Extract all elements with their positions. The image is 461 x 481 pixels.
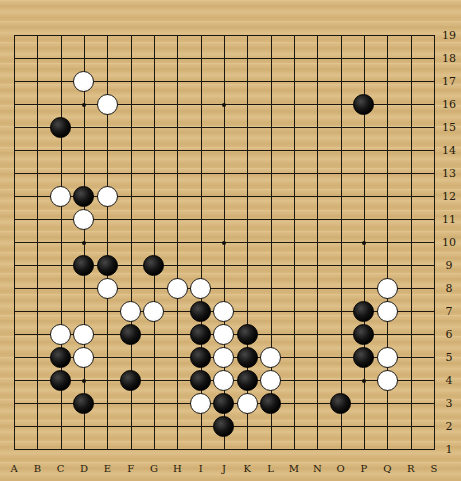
col-label-B: B [27,462,48,475]
stone-black-E9[interactable] [97,255,118,276]
col-label-O: O [330,462,351,475]
col-label-Q: Q [377,462,398,475]
row-label-4: 4 [436,374,461,387]
stone-black-P6[interactable] [353,324,374,345]
stone-black-I7[interactable] [190,301,211,322]
grid-line-vertical [434,35,435,450]
row-label-5: 5 [436,351,461,364]
col-label-S: S [423,462,444,475]
stone-black-P5[interactable] [353,347,374,368]
stone-white-C6[interactable] [50,324,71,345]
row-label-12: 12 [436,190,461,203]
row-label-10: 10 [436,236,461,249]
stone-white-F7[interactable] [120,301,141,322]
stone-black-P7[interactable] [353,301,374,322]
stone-white-I8[interactable] [190,278,211,299]
stone-white-D11[interactable] [73,209,94,230]
stone-black-G9[interactable] [143,255,164,276]
col-label-I: I [190,462,211,475]
col-label-L: L [260,462,281,475]
row-label-7: 7 [436,305,461,318]
stone-black-D3[interactable] [73,393,94,414]
col-label-G: G [143,462,164,475]
row-label-18: 18 [436,52,461,65]
row-label-2: 2 [436,420,461,433]
stone-white-J7[interactable] [213,301,234,322]
col-label-R: R [400,462,421,475]
stone-white-Q5[interactable] [377,347,398,368]
col-label-N: N [307,462,328,475]
row-label-8: 8 [436,282,461,295]
grid-line-vertical [411,35,412,450]
grid-line-horizontal [14,449,435,450]
stone-black-K5[interactable] [237,347,258,368]
stone-black-C4[interactable] [50,370,71,391]
col-label-C: C [50,462,71,475]
stone-black-J2[interactable] [213,416,234,437]
grid-line-vertical [317,35,318,450]
stone-white-I3[interactable] [190,393,211,414]
stone-white-L5[interactable] [260,347,281,368]
row-label-19: 19 [436,29,461,42]
col-label-D: D [73,462,94,475]
row-label-15: 15 [436,121,461,134]
stone-black-C5[interactable] [50,347,71,368]
stone-white-D5[interactable] [73,347,94,368]
col-label-H: H [167,462,188,475]
go-board-screenshot: ABCDEFGHIJKLMNOPQRS 19181716151413121110… [0,0,461,481]
col-label-J: J [213,462,234,475]
stone-white-D17[interactable] [73,71,94,92]
col-label-P: P [353,462,374,475]
row-label-14: 14 [436,144,461,157]
stone-white-Q4[interactable] [377,370,398,391]
row-label-17: 17 [436,75,461,88]
grid-line-vertical [341,35,342,450]
stone-white-E12[interactable] [97,186,118,207]
row-label-9: 9 [436,259,461,272]
stone-white-G7[interactable] [143,301,164,322]
stone-black-D12[interactable] [73,186,94,207]
stone-black-L3[interactable] [260,393,281,414]
row-label-6: 6 [436,328,461,341]
stone-black-I4[interactable] [190,370,211,391]
grid-line-vertical [294,35,295,450]
stone-black-C15[interactable] [50,117,71,138]
stone-white-K3[interactable] [237,393,258,414]
stone-white-Q8[interactable] [377,278,398,299]
col-label-M: M [283,462,304,475]
row-label-11: 11 [436,213,461,226]
grid-line-horizontal [14,288,435,289]
row-label-1: 1 [436,443,461,456]
stone-white-D6[interactable] [73,324,94,345]
col-label-K: K [237,462,258,475]
stone-black-K4[interactable] [237,370,258,391]
col-label-F: F [120,462,141,475]
stone-white-J4[interactable] [213,370,234,391]
stone-white-E8[interactable] [97,278,118,299]
stone-black-J3[interactable] [213,393,234,414]
stone-white-E16[interactable] [97,94,118,115]
stone-black-P16[interactable] [353,94,374,115]
stone-black-F4[interactable] [120,370,141,391]
stone-black-I6[interactable] [190,324,211,345]
stone-white-J5[interactable] [213,347,234,368]
col-label-A: A [4,462,25,475]
stone-black-O3[interactable] [330,393,351,414]
stone-white-H8[interactable] [167,278,188,299]
stone-white-C12[interactable] [50,186,71,207]
stone-black-I5[interactable] [190,347,211,368]
stone-white-L4[interactable] [260,370,281,391]
row-label-16: 16 [436,98,461,111]
col-label-E: E [97,462,118,475]
stone-white-J6[interactable] [213,324,234,345]
stone-black-D9[interactable] [73,255,94,276]
stone-white-Q7[interactable] [377,301,398,322]
row-label-3: 3 [436,397,461,410]
stone-black-F6[interactable] [120,324,141,345]
row-label-13: 13 [436,167,461,180]
stone-black-K6[interactable] [237,324,258,345]
